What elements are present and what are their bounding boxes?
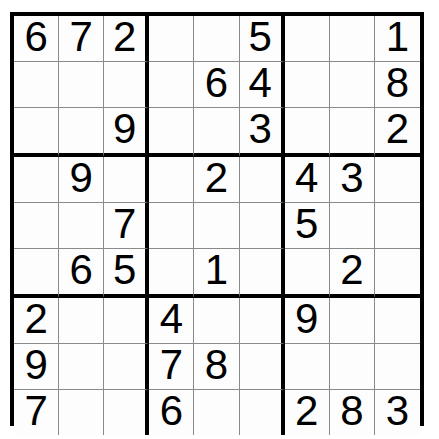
cell-r9c1-given[interactable]: 7 xyxy=(14,390,59,435)
cell-r6c9-empty[interactable] xyxy=(375,249,420,298)
cell-r9c3-empty[interactable] xyxy=(104,390,149,435)
cell-r3c4-empty[interactable] xyxy=(149,108,194,157)
cell-r5c6-empty[interactable] xyxy=(240,203,285,249)
cell-r4c4-empty[interactable] xyxy=(149,157,194,203)
cell-r3c9-given[interactable]: 2 xyxy=(375,108,420,157)
cell-r1c9-given[interactable]: 1 xyxy=(375,16,420,62)
cell-r8c7-empty[interactable] xyxy=(285,344,330,390)
cell-r6c1-empty[interactable] xyxy=(14,249,59,298)
cell-r6c6-empty[interactable] xyxy=(240,249,285,298)
cell-r6c8-given[interactable]: 2 xyxy=(330,249,375,298)
cell-r3c7-empty[interactable] xyxy=(285,108,330,157)
cell-r4c5-given[interactable]: 2 xyxy=(194,157,239,203)
cell-r1c3-given[interactable]: 2 xyxy=(104,16,149,62)
cell-r1c4-empty[interactable] xyxy=(149,16,194,62)
cell-r8c6-empty[interactable] xyxy=(240,344,285,390)
cell-r5c1-empty[interactable] xyxy=(14,203,59,249)
cell-r4c3-empty[interactable] xyxy=(104,157,149,203)
cell-r1c7-empty[interactable] xyxy=(285,16,330,62)
cell-r2c6-given[interactable]: 4 xyxy=(240,62,285,108)
cell-r2c7-empty[interactable] xyxy=(285,62,330,108)
cell-r5c8-empty[interactable] xyxy=(330,203,375,249)
cell-r9c4-given[interactable]: 6 xyxy=(149,390,194,435)
cell-r4c2-given[interactable]: 9 xyxy=(59,157,104,203)
cell-r7c7-given[interactable]: 9 xyxy=(285,298,330,344)
cell-r9c9-given[interactable]: 3 xyxy=(375,390,420,435)
cell-r8c3-empty[interactable] xyxy=(104,344,149,390)
cell-r1c1-given[interactable]: 6 xyxy=(14,16,59,62)
cell-r3c5-empty[interactable] xyxy=(194,108,239,157)
cell-r5c4-empty[interactable] xyxy=(149,203,194,249)
cell-r8c5-given[interactable]: 8 xyxy=(194,344,239,390)
cell-r5c9-empty[interactable] xyxy=(375,203,420,249)
cell-r8c8-empty[interactable] xyxy=(330,344,375,390)
sudoku-page: 67251648932924375651224997876283 xyxy=(0,0,439,439)
cell-r4c1-empty[interactable] xyxy=(14,157,59,203)
cell-r3c6-given[interactable]: 3 xyxy=(240,108,285,157)
cell-r4c7-given[interactable]: 4 xyxy=(285,157,330,203)
cell-r3c8-empty[interactable] xyxy=(330,108,375,157)
cell-r8c9-empty[interactable] xyxy=(375,344,420,390)
cell-r7c5-empty[interactable] xyxy=(194,298,239,344)
cell-r2c5-given[interactable]: 6 xyxy=(194,62,239,108)
cell-r3c3-given[interactable]: 9 xyxy=(104,108,149,157)
cell-r8c2-empty[interactable] xyxy=(59,344,104,390)
cell-r1c2-given[interactable]: 7 xyxy=(59,16,104,62)
sudoku-board: 67251648932924375651224997876283 xyxy=(10,12,424,426)
cell-r2c9-given[interactable]: 8 xyxy=(375,62,420,108)
cell-r2c3-empty[interactable] xyxy=(104,62,149,108)
cell-r1c5-empty[interactable] xyxy=(194,16,239,62)
cell-r7c9-empty[interactable] xyxy=(375,298,420,344)
cell-r9c7-given[interactable]: 2 xyxy=(285,390,330,435)
cell-r2c8-empty[interactable] xyxy=(330,62,375,108)
cell-r6c3-given[interactable]: 5 xyxy=(104,249,149,298)
cell-r6c4-empty[interactable] xyxy=(149,249,194,298)
cell-r2c1-empty[interactable] xyxy=(14,62,59,108)
cell-r5c7-given[interactable]: 5 xyxy=(285,203,330,249)
cell-r7c4-given[interactable]: 4 xyxy=(149,298,194,344)
cell-r7c3-empty[interactable] xyxy=(104,298,149,344)
cell-r2c2-empty[interactable] xyxy=(59,62,104,108)
cell-r3c1-empty[interactable] xyxy=(14,108,59,157)
cell-r6c7-empty[interactable] xyxy=(285,249,330,298)
cell-r9c2-empty[interactable] xyxy=(59,390,104,435)
cell-r4c8-given[interactable]: 3 xyxy=(330,157,375,203)
cell-r6c5-given[interactable]: 1 xyxy=(194,249,239,298)
cell-r7c8-empty[interactable] xyxy=(330,298,375,344)
cell-r5c3-given[interactable]: 7 xyxy=(104,203,149,249)
cell-r4c9-empty[interactable] xyxy=(375,157,420,203)
cell-r1c8-empty[interactable] xyxy=(330,16,375,62)
cell-r1c6-given[interactable]: 5 xyxy=(240,16,285,62)
cell-r8c4-given[interactable]: 7 xyxy=(149,344,194,390)
cell-r7c1-given[interactable]: 2 xyxy=(14,298,59,344)
cell-r9c6-empty[interactable] xyxy=(240,390,285,435)
cell-r7c6-empty[interactable] xyxy=(240,298,285,344)
cell-r2c4-empty[interactable] xyxy=(149,62,194,108)
cell-r4c6-empty[interactable] xyxy=(240,157,285,203)
cell-r6c2-given[interactable]: 6 xyxy=(59,249,104,298)
cell-r9c8-given[interactable]: 8 xyxy=(330,390,375,435)
cell-r9c5-empty[interactable] xyxy=(194,390,239,435)
cell-r5c5-empty[interactable] xyxy=(194,203,239,249)
cell-r8c1-given[interactable]: 9 xyxy=(14,344,59,390)
cell-r5c2-empty[interactable] xyxy=(59,203,104,249)
cell-r7c2-empty[interactable] xyxy=(59,298,104,344)
cell-r3c2-empty[interactable] xyxy=(59,108,104,157)
